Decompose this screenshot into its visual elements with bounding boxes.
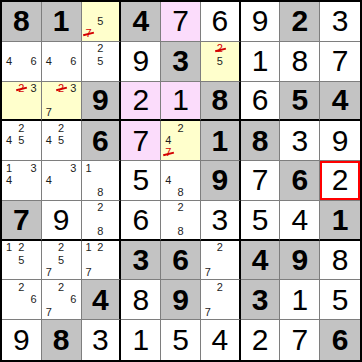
cell-r4c8[interactable]: 3 [280, 121, 320, 161]
cell-r7c2[interactable]: 257 [42, 241, 82, 281]
cell-r6c4[interactable]: 6 [121, 201, 161, 241]
solved-digit: 5 [132, 165, 149, 195]
solved-digit: 1 [252, 46, 269, 76]
given-digit: 8 [53, 325, 70, 355]
cell-r6c5[interactable]: 28 [161, 201, 201, 241]
candidate: 1 [3, 242, 15, 254]
cell-r1c4[interactable]: 4 [121, 2, 161, 42]
eliminated-candidate: 2 [214, 43, 226, 55]
candidate: 2 [94, 202, 106, 214]
candidate: 2 [214, 281, 226, 293]
solved-digit: 2 [332, 165, 349, 195]
solved-digit: 5 [332, 285, 349, 315]
given-digit: 6 [92, 126, 109, 156]
given-digit: 4 [252, 245, 269, 275]
cell-r8c6[interactable]: 27 [201, 280, 241, 320]
pencil-marks: 134 [3, 162, 40, 199]
solved-digit: 7 [132, 126, 149, 156]
candidate: 7 [83, 266, 95, 278]
solved-digit: 9 [332, 126, 349, 156]
solved-digit: 3 [92, 325, 109, 355]
given-digit: 6 [172, 245, 189, 275]
cell-r7c6[interactable]: 27 [201, 241, 241, 281]
given-digit: 8 [252, 126, 269, 156]
cell-r8c9[interactable]: 5 [320, 280, 360, 320]
cell-r1c6[interactable]: 6 [201, 2, 241, 42]
cell-r9c1[interactable]: 9 [2, 320, 42, 360]
cell-r1c9[interactable]: 3 [320, 2, 360, 42]
candidate: 2 [94, 242, 106, 254]
given-digit: 1 [332, 205, 349, 235]
solved-digit: 3 [332, 6, 349, 36]
cell-r4c9[interactable]: 9 [320, 121, 360, 161]
cell-r9c7[interactable]: 2 [241, 320, 281, 360]
solved-digit: 8 [291, 46, 308, 76]
cell-r3c6[interactable]: 8 [201, 82, 241, 122]
candidate: 2 [55, 281, 67, 293]
candidate: 4 [43, 135, 55, 147]
cell-r2c9[interactable]: 7 [320, 42, 360, 82]
candidate: 7 [43, 306, 55, 318]
candidate: 2 [15, 242, 27, 254]
cell-r4c5[interactable]: 247 [161, 121, 201, 161]
given-digit: 9 [172, 285, 189, 315]
pencil-marks: 25 [202, 43, 238, 80]
given-digit: 6 [291, 165, 308, 195]
given-digit: 7 [13, 205, 30, 235]
cell-r9c2[interactable]: 8 [42, 320, 82, 360]
cell-r3c4[interactable]: 2 [121, 82, 161, 122]
candidate: 2 [94, 43, 106, 55]
cell-r4c2[interactable]: 245 [42, 121, 82, 161]
cell-r2c3[interactable]: 25 [82, 42, 122, 82]
candidate: 6 [28, 55, 40, 67]
candidate: 5 [94, 15, 106, 27]
cell-r6c9[interactable]: 1 [320, 201, 360, 241]
candidate: 2 [174, 122, 186, 134]
given-digit: 3 [252, 285, 269, 315]
given-digit: 4 [132, 6, 149, 36]
cell-r8c3[interactable]: 4 [82, 280, 122, 320]
pencil-marks: 127 [83, 242, 119, 279]
solved-digit: 7 [172, 6, 189, 36]
cell-r9c4[interactable]: 1 [121, 320, 161, 360]
solved-digit: 7 [252, 165, 269, 195]
candidate: 8 [174, 226, 186, 238]
candidate: 4 [162, 174, 174, 186]
cell-r6c8[interactable]: 4 [280, 201, 320, 241]
pencil-marks: 46 [43, 43, 80, 80]
candidate: 4 [3, 55, 15, 67]
cell-r4c6[interactable]: 1 [201, 121, 241, 161]
cell-r9c8[interactable]: 7 [280, 320, 320, 360]
solved-digit: 9 [53, 205, 70, 235]
cell-r2c8[interactable]: 8 [280, 42, 320, 82]
cell-r6c6[interactable]: 3 [201, 201, 241, 241]
candidate: 2 [55, 242, 67, 254]
pencil-marks: 46 [3, 43, 40, 80]
cell-r3c1[interactable]: 23 [2, 82, 42, 122]
cell-r3c3[interactable]: 9 [82, 82, 122, 122]
candidate: 5 [15, 135, 27, 147]
solved-digit: 6 [211, 6, 228, 36]
cell-r5c1[interactable]: 134 [2, 161, 42, 201]
cell-r5c3[interactable]: 18 [82, 161, 122, 201]
pencil-marks: 57 [83, 3, 119, 40]
cell-r3c5[interactable]: 1 [161, 82, 201, 122]
candidate: 3 [28, 162, 40, 174]
candidate: 4 [3, 135, 15, 147]
pencil-marks: 27 [202, 242, 238, 279]
eliminated-candidate: 2 [55, 83, 67, 95]
solved-digit: 5 [172, 325, 189, 355]
pencil-marks: 247 [162, 122, 199, 159]
cell-r1c8[interactable]: 2 [280, 2, 320, 42]
cell-r2c7[interactable]: 1 [241, 42, 281, 82]
candidate: 2 [15, 281, 27, 293]
cell-r2c4[interactable]: 9 [121, 42, 161, 82]
given-digit: 2 [291, 6, 308, 36]
cell-r9c9[interactable]: 6 [320, 320, 360, 360]
candidate: 8 [94, 187, 106, 199]
given-digit: 5 [291, 85, 308, 115]
cell-r9c3[interactable]: 3 [82, 320, 122, 360]
cell-r8c1[interactable]: 26 [2, 280, 42, 320]
candidate: 4 [162, 135, 174, 147]
cell-r6c3[interactable]: 28 [82, 201, 122, 241]
candidate: 6 [28, 294, 40, 306]
solved-digit: 7 [291, 325, 308, 355]
pencil-marks: 25 [83, 43, 119, 80]
solved-digit: 1 [172, 85, 189, 115]
cell-r4c7[interactable]: 8 [241, 121, 281, 161]
cell-r9c6[interactable]: 4 [201, 320, 241, 360]
solved-digit: 1 [132, 325, 149, 355]
cell-r7c5[interactable]: 6 [161, 241, 201, 281]
cell-r2c5[interactable]: 3 [161, 42, 201, 82]
given-digit: 4 [332, 85, 349, 115]
pencil-marks: 26 [3, 281, 40, 318]
cell-r1c1[interactable]: 8 [2, 2, 42, 42]
pencil-marks: 18 [83, 162, 119, 199]
cell-r4c3[interactable]: 6 [82, 121, 122, 161]
given-digit: 8 [13, 6, 30, 36]
candidate: 2 [214, 242, 226, 254]
solved-digit: 4 [291, 205, 308, 235]
candidate: 5 [15, 254, 27, 266]
candidate: 5 [55, 254, 67, 266]
pencil-marks: 237 [43, 83, 80, 119]
pencil-marks: 27 [202, 281, 238, 318]
given-digit: 1 [211, 126, 228, 156]
cell-r8c8[interactable]: 1 [280, 280, 320, 320]
candidate: 8 [94, 226, 106, 238]
pencil-marks: 125 [3, 242, 40, 279]
cell-r5c7[interactable]: 7 [241, 161, 281, 201]
solved-digit: 4 [211, 325, 228, 355]
solved-digit: 3 [211, 205, 228, 235]
candidate: 6 [67, 55, 79, 67]
cell-r2c1[interactable]: 46 [2, 42, 42, 82]
pencil-marks: 48 [162, 162, 199, 199]
cell-r3c9[interactable]: 4 [320, 82, 360, 122]
candidate: 4 [3, 174, 15, 186]
cell-r4c4[interactable]: 7 [121, 121, 161, 161]
solved-digit: 6 [132, 205, 149, 235]
cell-r6c7[interactable]: 5 [241, 201, 281, 241]
cell-r1c5[interactable]: 7 [161, 2, 201, 42]
pencil-marks: 257 [43, 242, 80, 279]
cell-r3c8[interactable]: 5 [280, 82, 320, 122]
cell-r7c1[interactable]: 125 [2, 241, 42, 281]
given-digit: 1 [53, 6, 70, 36]
candidate: 1 [3, 162, 15, 174]
solved-digit: 8 [332, 245, 349, 275]
sudoku-board: 8157476923464625932518723237921865424524… [0, 0, 362, 362]
candidate: 6 [67, 294, 79, 306]
cell-r7c9[interactable]: 8 [320, 241, 360, 281]
candidate: 2 [15, 122, 27, 134]
eliminated-candidate: 7 [162, 147, 174, 159]
cell-r8c4[interactable]: 8 [121, 280, 161, 320]
cell-r2c6[interactable]: 25 [201, 42, 241, 82]
candidate: 3 [28, 83, 40, 95]
cell-r3c7[interactable]: 6 [241, 82, 281, 122]
candidate: 5 [214, 55, 226, 67]
candidate: 3 [67, 83, 79, 95]
given-digit: 9 [211, 165, 228, 195]
cell-r5c2[interactable]: 34 [42, 161, 82, 201]
cell-r3c2[interactable]: 237 [42, 82, 82, 122]
cell-r9c5[interactable]: 5 [161, 320, 201, 360]
given-digit: 8 [211, 85, 228, 115]
cell-r7c3[interactable]: 127 [82, 241, 122, 281]
pencil-marks: 245 [43, 122, 80, 159]
cell-r7c7[interactable]: 4 [241, 241, 281, 281]
solved-digit: 8 [132, 285, 149, 315]
solved-digit: 5 [252, 205, 269, 235]
cell-r2c2[interactable]: 46 [42, 42, 82, 82]
cell-r8c7[interactable]: 3 [241, 280, 281, 320]
candidate: 4 [43, 174, 55, 186]
given-digit: 6 [332, 325, 349, 355]
pencil-marks: 267 [43, 281, 80, 318]
eliminated-candidate: 2 [15, 83, 27, 95]
candidate: 3 [67, 162, 79, 174]
candidate: 1 [83, 242, 95, 254]
pencil-marks: 28 [83, 202, 119, 238]
cell-r5c5[interactable]: 48 [161, 161, 201, 201]
cell-r5c4[interactable]: 5 [121, 161, 161, 201]
given-digit: 3 [172, 46, 189, 76]
candidate: 7 [43, 266, 55, 278]
pencil-marks: 28 [162, 202, 199, 238]
given-digit: 4 [92, 285, 109, 315]
solved-digit: 6 [252, 85, 269, 115]
cell-r5c8[interactable]: 6 [280, 161, 320, 201]
candidate: 5 [55, 135, 67, 147]
given-digit: 3 [132, 245, 149, 275]
eliminated-candidate: 7 [83, 28, 95, 40]
candidate: 5 [94, 55, 106, 67]
cell-r5c9[interactable]: 2 [320, 161, 360, 201]
solved-digit: 3 [291, 126, 308, 156]
cell-r8c5[interactable]: 9 [161, 280, 201, 320]
solved-digit: 2 [132, 85, 149, 115]
candidate: 7 [202, 306, 214, 318]
candidate: 7 [202, 266, 214, 278]
candidate: 2 [174, 202, 186, 214]
cell-r6c1[interactable]: 7 [2, 201, 42, 241]
given-digit: 9 [291, 245, 308, 275]
cell-r7c4[interactable]: 3 [121, 241, 161, 281]
cell-r6c2[interactable]: 9 [42, 201, 82, 241]
solved-digit: 9 [252, 6, 269, 36]
solved-digit: 1 [291, 285, 308, 315]
candidate: 7 [43, 106, 55, 118]
pencil-marks: 23 [3, 83, 40, 119]
solved-digit: 2 [252, 325, 269, 355]
given-digit: 9 [92, 85, 109, 115]
cell-r1c7[interactable]: 9 [241, 2, 281, 42]
solved-digit: 9 [13, 325, 30, 355]
cell-r5c6[interactable]: 9 [201, 161, 241, 201]
cell-r7c8[interactable]: 9 [280, 241, 320, 281]
pencil-marks: 245 [3, 122, 40, 159]
candidate: 1 [83, 162, 95, 174]
candidate: 8 [174, 187, 186, 199]
candidate: 4 [43, 55, 55, 67]
pencil-marks: 34 [43, 162, 80, 199]
solved-digit: 7 [332, 46, 349, 76]
candidate: 2 [55, 122, 67, 134]
cell-r1c3[interactable]: 57 [82, 2, 122, 42]
cell-r4c1[interactable]: 245 [2, 121, 42, 161]
cell-r8c2[interactable]: 267 [42, 280, 82, 320]
cell-r1c2[interactable]: 1 [42, 2, 82, 42]
solved-digit: 9 [132, 46, 149, 76]
